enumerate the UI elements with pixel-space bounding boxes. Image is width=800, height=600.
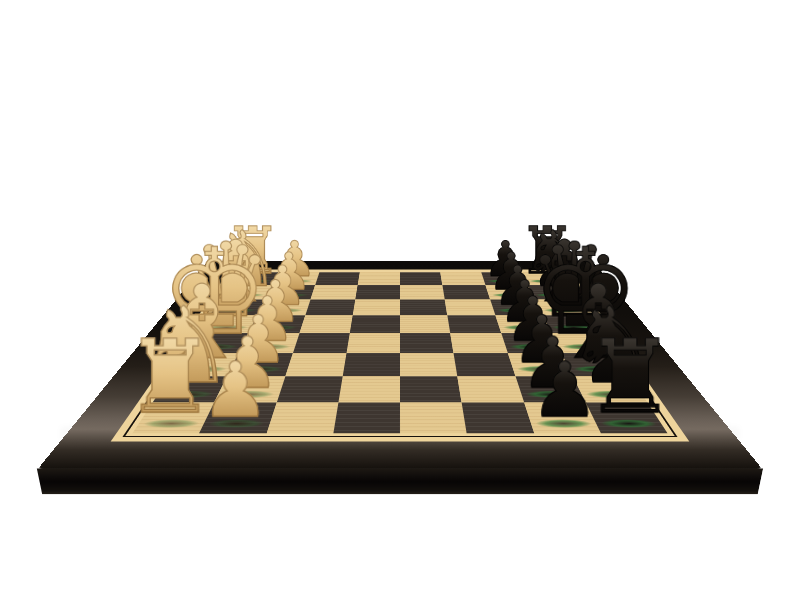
square-b6[interactable] <box>443 285 490 299</box>
square-e4[interactable] <box>346 333 400 353</box>
black-pawn-h7[interactable]: ♟ <box>530 354 598 426</box>
square-f6[interactable] <box>454 353 515 376</box>
square-e6[interactable] <box>450 333 507 353</box>
square-h6[interactable] <box>462 402 534 433</box>
square-b4[interactable] <box>355 285 400 299</box>
square-b3[interactable] <box>310 285 357 299</box>
square-c6[interactable] <box>445 299 495 315</box>
square-a3[interactable] <box>315 272 360 285</box>
square-e3[interactable] <box>293 333 350 353</box>
square-d6[interactable] <box>448 315 501 333</box>
square-g4[interactable] <box>338 376 400 402</box>
square-b5[interactable] <box>400 285 445 299</box>
square-a5[interactable] <box>400 272 443 285</box>
square-a4[interactable] <box>357 272 400 285</box>
square-c5[interactable] <box>400 299 448 315</box>
square-f5[interactable] <box>400 353 457 376</box>
white-pawn-h2[interactable]: ♟ <box>202 354 270 426</box>
board-side-edge <box>37 469 763 495</box>
square-a6[interactable] <box>440 272 485 285</box>
square-h5[interactable] <box>400 402 467 433</box>
square-f4[interactable] <box>343 353 400 376</box>
square-d5[interactable] <box>400 315 450 333</box>
square-h3[interactable] <box>266 402 338 433</box>
board-playing-surface: ♜♟♟♜♞♟♟♞♝♟♟♝♛♟♟♛♚♟♟♚♝♟♟♝♞♟♟♞♜♟♟♜ <box>111 269 690 441</box>
square-g5[interactable] <box>400 376 462 402</box>
square-c4[interactable] <box>352 299 400 315</box>
square-d4[interactable] <box>350 315 400 333</box>
square-f3[interactable] <box>285 353 346 376</box>
square-d3[interactable] <box>299 315 352 333</box>
chess-board: ♜♟♟♜♞♟♟♞♝♟♟♝♛♟♟♛♚♟♟♚♝♟♟♝♞♟♟♞♜♟♟♜ <box>38 261 762 469</box>
board-grid: ♜♟♟♜♞♟♟♞♝♟♟♝♛♟♟♛♚♟♟♚♝♟♟♝♞♟♟♞♜♟♟♜ <box>132 272 667 433</box>
square-h2[interactable]: ♟ <box>199 402 276 433</box>
square-g6[interactable] <box>457 376 523 402</box>
square-h4[interactable] <box>333 402 400 433</box>
square-h7[interactable]: ♟ <box>524 402 601 433</box>
photo-background: ♜♟♟♜♞♟♟♞♝♟♟♝♛♟♟♛♚♟♟♚♝♟♟♝♞♟♟♞♜♟♟♜ <box>0 0 800 600</box>
square-e5[interactable] <box>400 333 454 353</box>
square-c3[interactable] <box>305 299 355 315</box>
square-g3[interactable] <box>276 376 342 402</box>
